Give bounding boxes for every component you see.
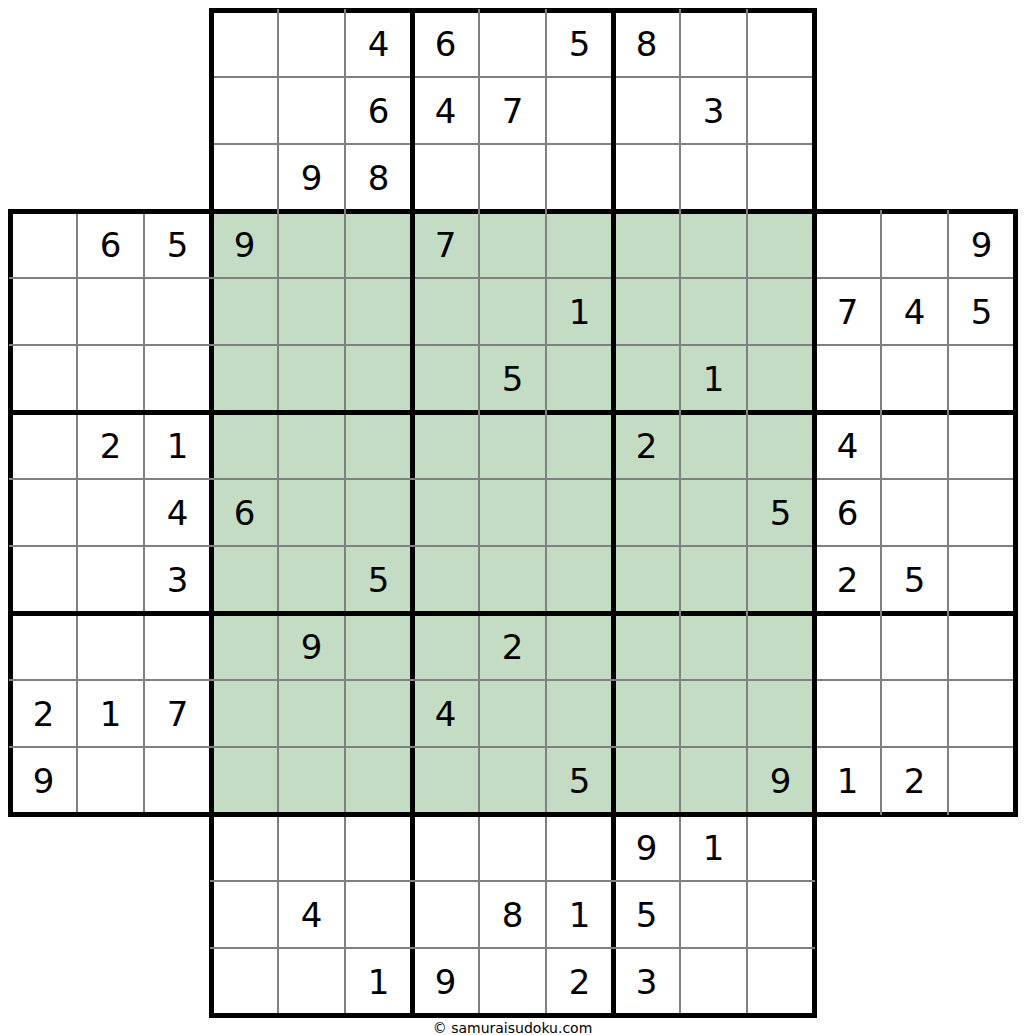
cell-r15c7[interactable]: 9 xyxy=(412,948,479,1015)
given-digit: 4 xyxy=(435,94,457,128)
given-digit: 6 xyxy=(837,496,859,530)
cell-r2c5[interactable] xyxy=(278,77,345,144)
cell-r7c7-shaded[interactable] xyxy=(412,412,479,479)
cell-r6c1[interactable] xyxy=(10,345,77,412)
given-digit: 1 xyxy=(569,898,591,932)
cell-r9c4-shaded[interactable] xyxy=(211,546,278,613)
cell-r10c3[interactable] xyxy=(144,613,211,680)
cell-r11c6-shaded[interactable] xyxy=(345,680,412,747)
cell-r12c11-shaded[interactable] xyxy=(680,747,747,814)
given-digit: 7 xyxy=(837,295,859,329)
cell-r6c15[interactable] xyxy=(948,345,1015,412)
cell-r8c9-shaded[interactable] xyxy=(546,479,613,546)
cell-r11c5-shaded[interactable] xyxy=(278,680,345,747)
cell-r15c10[interactable]: 3 xyxy=(613,948,680,1015)
cell-r7c11-shaded[interactable] xyxy=(680,412,747,479)
cell-r9c10-shaded[interactable] xyxy=(613,546,680,613)
cell-r12c7-shaded[interactable] xyxy=(412,747,479,814)
cell-r7c12-shaded[interactable] xyxy=(747,412,814,479)
cell-r14c12[interactable] xyxy=(747,881,814,948)
cell-r11c4-shaded[interactable] xyxy=(211,680,278,747)
cell-r11c11-shaded[interactable] xyxy=(680,680,747,747)
cell-r1c7[interactable]: 6 xyxy=(412,10,479,77)
cell-r9c15[interactable] xyxy=(948,546,1015,613)
cell-r10c4-shaded[interactable] xyxy=(211,613,278,680)
given-digit: 3 xyxy=(703,94,725,128)
cell-r10c7-shaded[interactable] xyxy=(412,613,479,680)
given-digit: 9 xyxy=(971,228,993,262)
cell-r7c8-shaded[interactable] xyxy=(479,412,546,479)
given-digit: 5 xyxy=(569,764,591,798)
cell-r7c4-shaded[interactable] xyxy=(211,412,278,479)
cell-r8c11-shaded[interactable] xyxy=(680,479,747,546)
given-digit: 6 xyxy=(435,27,457,61)
cell-r2c7[interactable]: 4 xyxy=(412,77,479,144)
cell-r7c10-shaded[interactable]: 2 xyxy=(613,412,680,479)
cell-r13c9[interactable] xyxy=(546,814,613,881)
given-digit: 9 xyxy=(770,764,792,798)
cell-r4c3[interactable]: 5 xyxy=(144,211,211,278)
cell-r10c15[interactable] xyxy=(948,613,1015,680)
cell-r9c8-shaded[interactable] xyxy=(479,546,546,613)
given-digit: 1 xyxy=(569,295,591,329)
cell-r5c5-shaded[interactable] xyxy=(278,278,345,345)
cell-r9c6-shaded[interactable]: 5 xyxy=(345,546,412,613)
cell-r4c15[interactable]: 9 xyxy=(948,211,1015,278)
cell-r6c3[interactable] xyxy=(144,345,211,412)
given-digit: 8 xyxy=(636,27,658,61)
cell-r14c9[interactable]: 1 xyxy=(546,881,613,948)
cell-r14c7[interactable] xyxy=(412,881,479,948)
cell-r8c8-shaded[interactable] xyxy=(479,479,546,546)
cell-r1c6[interactable]: 4 xyxy=(345,10,412,77)
cell-r7c14[interactable] xyxy=(881,412,948,479)
flower-sudoku-board: 4658647398659791745512124465635259221749… xyxy=(7,7,1018,1018)
cell-r6c10-shaded[interactable] xyxy=(613,345,680,412)
cell-r5c8-shaded[interactable] xyxy=(479,278,546,345)
cell-r12c1[interactable]: 9 xyxy=(10,747,77,814)
cell-r14c10[interactable]: 5 xyxy=(613,881,680,948)
cell-r10c10-shaded[interactable] xyxy=(613,613,680,680)
cell-r8c1[interactable] xyxy=(10,479,77,546)
given-digit: 9 xyxy=(234,228,256,262)
cell-r10c2[interactable] xyxy=(77,613,144,680)
cell-r1c8[interactable] xyxy=(479,10,546,77)
cell-r6c2[interactable] xyxy=(77,345,144,412)
cell-r10c6-shaded[interactable] xyxy=(345,613,412,680)
cell-r6c5-shaded[interactable] xyxy=(278,345,345,412)
cell-r14c11[interactable] xyxy=(680,881,747,948)
given-digit: 1 xyxy=(703,831,725,865)
cell-r5c7-shaded[interactable] xyxy=(412,278,479,345)
cell-r7c5-shaded[interactable] xyxy=(278,412,345,479)
cell-r12c5-shaded[interactable] xyxy=(278,747,345,814)
cell-r7c1[interactable] xyxy=(10,412,77,479)
cell-r6c12-shaded[interactable] xyxy=(747,345,814,412)
cell-r9c7-shaded[interactable] xyxy=(412,546,479,613)
cell-r10c8-shaded[interactable]: 2 xyxy=(479,613,546,680)
cell-r6c6-shaded[interactable] xyxy=(345,345,412,412)
given-digit: 4 xyxy=(368,27,390,61)
cell-r2c8[interactable]: 7 xyxy=(479,77,546,144)
cell-r7c9-shaded[interactable] xyxy=(546,412,613,479)
given-digit: 5 xyxy=(971,295,993,329)
cell-r4c6-shaded[interactable] xyxy=(345,211,412,278)
given-digit: 4 xyxy=(837,429,859,463)
given-digit: 5 xyxy=(770,496,792,530)
cell-r2c11[interactable]: 3 xyxy=(680,77,747,144)
cell-r2c6[interactable]: 6 xyxy=(345,77,412,144)
cell-r14c5[interactable]: 4 xyxy=(278,881,345,948)
given-digit: 2 xyxy=(904,764,926,798)
cell-r7c13[interactable]: 4 xyxy=(814,412,881,479)
cell-r2c9[interactable] xyxy=(546,77,613,144)
cell-r5c11-shaded[interactable] xyxy=(680,278,747,345)
cell-r11c14[interactable] xyxy=(881,680,948,747)
given-digit: 1 xyxy=(368,965,390,999)
cell-r13c12[interactable] xyxy=(747,814,814,881)
cell-r13c4[interactable] xyxy=(211,814,278,881)
cell-r3c4[interactable] xyxy=(211,144,278,211)
cell-r10c1[interactable] xyxy=(10,613,77,680)
cell-r11c3[interactable]: 7 xyxy=(144,680,211,747)
cell-r15c12[interactable] xyxy=(747,948,814,1015)
given-digit: 5 xyxy=(569,27,591,61)
cell-r10c9-shaded[interactable] xyxy=(546,613,613,680)
cell-r8c13[interactable]: 6 xyxy=(814,479,881,546)
given-digit: 4 xyxy=(167,496,189,530)
cell-r14c4[interactable] xyxy=(211,881,278,948)
given-digit: 7 xyxy=(167,697,189,731)
cell-r6c13[interactable] xyxy=(814,345,881,412)
cell-r7c6-shaded[interactable] xyxy=(345,412,412,479)
given-digit: 2 xyxy=(636,429,658,463)
cell-r3c12[interactable] xyxy=(747,144,814,211)
cell-r4c4-shaded[interactable]: 9 xyxy=(211,211,278,278)
cell-r9c2[interactable] xyxy=(77,546,144,613)
given-digit: 4 xyxy=(904,295,926,329)
cell-r8c15[interactable] xyxy=(948,479,1015,546)
given-digit: 7 xyxy=(502,94,524,128)
given-digit: 1 xyxy=(100,697,122,731)
cell-r12c15[interactable] xyxy=(948,747,1015,814)
cell-r5c4-shaded[interactable] xyxy=(211,278,278,345)
cell-r6c11-shaded[interactable]: 1 xyxy=(680,345,747,412)
cell-r15c5[interactable] xyxy=(278,948,345,1015)
cell-r13c11[interactable]: 1 xyxy=(680,814,747,881)
cell-r11c10-shaded[interactable] xyxy=(613,680,680,747)
cell-r12c3[interactable] xyxy=(144,747,211,814)
given-digit: 1 xyxy=(837,764,859,798)
cell-r6c7-shaded[interactable] xyxy=(412,345,479,412)
cell-r10c14[interactable] xyxy=(881,613,948,680)
cell-r3c5[interactable]: 9 xyxy=(278,144,345,211)
cell-r13c8[interactable] xyxy=(479,814,546,881)
cell-r5c14[interactable]: 4 xyxy=(881,278,948,345)
given-digit: 6 xyxy=(368,94,390,128)
cell-r12c2[interactable] xyxy=(77,747,144,814)
given-digit: 5 xyxy=(368,563,390,597)
cell-r5c2[interactable] xyxy=(77,278,144,345)
cell-r6c14[interactable] xyxy=(881,345,948,412)
given-digit: 9 xyxy=(301,630,323,664)
cell-r11c7-shaded[interactable]: 4 xyxy=(412,680,479,747)
given-digit: 9 xyxy=(435,965,457,999)
cell-r4c13[interactable] xyxy=(814,211,881,278)
cell-r3c11[interactable] xyxy=(680,144,747,211)
given-digit: 4 xyxy=(301,898,323,932)
cell-r6c4-shaded[interactable] xyxy=(211,345,278,412)
cell-r15c11[interactable] xyxy=(680,948,747,1015)
given-digit: 4 xyxy=(435,697,457,731)
cell-r8c12-shaded[interactable]: 5 xyxy=(747,479,814,546)
cell-r2c12[interactable] xyxy=(747,77,814,144)
cell-r15c8[interactable] xyxy=(479,948,546,1015)
cell-r11c8-shaded[interactable] xyxy=(479,680,546,747)
cell-r4c9-shaded[interactable] xyxy=(546,211,613,278)
cell-r8c5-shaded[interactable] xyxy=(278,479,345,546)
cell-r3c8[interactable] xyxy=(479,144,546,211)
cell-r11c9-shaded[interactable] xyxy=(546,680,613,747)
cell-r12c9-shaded[interactable]: 5 xyxy=(546,747,613,814)
cell-r3c6[interactable]: 8 xyxy=(345,144,412,211)
cell-r10c12-shaded[interactable] xyxy=(747,613,814,680)
copyright-text: © samuraisudoku.com xyxy=(0,1020,1025,1035)
given-digit: 3 xyxy=(636,965,658,999)
given-digit: 5 xyxy=(636,898,658,932)
cell-r5c10-shaded[interactable] xyxy=(613,278,680,345)
cell-r2c10[interactable] xyxy=(613,77,680,144)
cell-r4c12-shaded[interactable] xyxy=(747,211,814,278)
cell-r8c4-shaded[interactable]: 6 xyxy=(211,479,278,546)
cell-r12c12-shaded[interactable]: 9 xyxy=(747,747,814,814)
cell-r9c13[interactable]: 2 xyxy=(814,546,881,613)
cell-r1c10[interactable]: 8 xyxy=(613,10,680,77)
cell-r13c5[interactable] xyxy=(278,814,345,881)
cell-r6c9-shaded[interactable] xyxy=(546,345,613,412)
cell-r12c4-shaded[interactable] xyxy=(211,747,278,814)
given-digit: 3 xyxy=(167,563,189,597)
cell-r8c3[interactable]: 4 xyxy=(144,479,211,546)
cell-r5c6-shaded[interactable] xyxy=(345,278,412,345)
given-digit: 1 xyxy=(703,362,725,396)
cell-r9c9-shaded[interactable] xyxy=(546,546,613,613)
cell-r11c12-shaded[interactable] xyxy=(747,680,814,747)
cell-r11c15[interactable] xyxy=(948,680,1015,747)
cell-r9c1[interactable] xyxy=(10,546,77,613)
cell-r13c6[interactable] xyxy=(345,814,412,881)
cell-r12c14[interactable]: 2 xyxy=(881,747,948,814)
cell-r7c15[interactable] xyxy=(948,412,1015,479)
cell-r3c7[interactable] xyxy=(412,144,479,211)
given-digit: 5 xyxy=(904,563,926,597)
cell-r3c9[interactable] xyxy=(546,144,613,211)
given-digit: 9 xyxy=(301,161,323,195)
given-digit: 1 xyxy=(167,429,189,463)
cell-r4c5-shaded[interactable] xyxy=(278,211,345,278)
cell-r4c14[interactable] xyxy=(881,211,948,278)
given-digit: 7 xyxy=(435,228,457,262)
cell-r9c3[interactable]: 3 xyxy=(144,546,211,613)
given-digit: 5 xyxy=(167,228,189,262)
cell-r2c4[interactable] xyxy=(211,77,278,144)
cell-r3c10[interactable] xyxy=(613,144,680,211)
cell-r4c2[interactable]: 6 xyxy=(77,211,144,278)
given-digit: 8 xyxy=(502,898,524,932)
given-digit: 8 xyxy=(368,161,390,195)
cell-r4c11-shaded[interactable] xyxy=(680,211,747,278)
cell-r13c10[interactable]: 9 xyxy=(613,814,680,881)
given-digit: 5 xyxy=(502,362,524,396)
given-digit: 6 xyxy=(234,496,256,530)
cell-r8c2[interactable] xyxy=(77,479,144,546)
cell-r8c10-shaded[interactable] xyxy=(613,479,680,546)
cell-r5c9-shaded[interactable]: 1 xyxy=(546,278,613,345)
cell-r5c1[interactable] xyxy=(10,278,77,345)
cell-r12c10-shaded[interactable] xyxy=(613,747,680,814)
cell-r7c2[interactable]: 2 xyxy=(77,412,144,479)
cell-r4c10-shaded[interactable] xyxy=(613,211,680,278)
cell-r9c12-shaded[interactable] xyxy=(747,546,814,613)
cell-r12c8-shaded[interactable] xyxy=(479,747,546,814)
cell-r1c5[interactable] xyxy=(278,10,345,77)
cell-r11c13[interactable] xyxy=(814,680,881,747)
cell-r7c3[interactable]: 1 xyxy=(144,412,211,479)
cell-r5c13[interactable]: 7 xyxy=(814,278,881,345)
cell-r5c3[interactable] xyxy=(144,278,211,345)
cell-r15c9[interactable]: 2 xyxy=(546,948,613,1015)
cell-r14c8[interactable]: 8 xyxy=(479,881,546,948)
cell-r4c1[interactable] xyxy=(10,211,77,278)
cell-r5c15[interactable]: 5 xyxy=(948,278,1015,345)
cell-r10c13[interactable] xyxy=(814,613,881,680)
given-digit: 2 xyxy=(100,429,122,463)
given-digit: 9 xyxy=(636,831,658,865)
cell-r11c2[interactable]: 1 xyxy=(77,680,144,747)
given-digit: 2 xyxy=(837,563,859,597)
given-digit: 2 xyxy=(569,965,591,999)
cell-r12c13[interactable]: 1 xyxy=(814,747,881,814)
cell-r6c8-shaded[interactable]: 5 xyxy=(479,345,546,412)
cell-r14c6[interactable] xyxy=(345,881,412,948)
cell-r15c4[interactable] xyxy=(211,948,278,1015)
cell-r8c7-shaded[interactable] xyxy=(412,479,479,546)
given-digit: 9 xyxy=(33,764,55,798)
cell-r8c14[interactable] xyxy=(881,479,948,546)
cell-r9c14[interactable]: 5 xyxy=(881,546,948,613)
cell-r4c7-shaded[interactable]: 7 xyxy=(412,211,479,278)
cell-r11c1[interactable]: 2 xyxy=(10,680,77,747)
cell-r1c12[interactable] xyxy=(747,10,814,77)
given-digit: 6 xyxy=(100,228,122,262)
cell-r1c11[interactable] xyxy=(680,10,747,77)
cell-r9c5-shaded[interactable] xyxy=(278,546,345,613)
cell-r8c6-shaded[interactable] xyxy=(345,479,412,546)
cell-r13c7[interactable] xyxy=(412,814,479,881)
cell-r12c6-shaded[interactable] xyxy=(345,747,412,814)
cell-r10c11-shaded[interactable] xyxy=(680,613,747,680)
cell-r10c5-shaded[interactable]: 9 xyxy=(278,613,345,680)
given-digit: 2 xyxy=(502,630,524,664)
cell-r1c9[interactable]: 5 xyxy=(546,10,613,77)
cell-r4c8-shaded[interactable] xyxy=(479,211,546,278)
given-digit: 2 xyxy=(33,697,55,731)
cell-r9c11-shaded[interactable] xyxy=(680,546,747,613)
cell-r1c4[interactable] xyxy=(211,10,278,77)
cell-r5c12-shaded[interactable] xyxy=(747,278,814,345)
cell-r15c6[interactable]: 1 xyxy=(345,948,412,1015)
